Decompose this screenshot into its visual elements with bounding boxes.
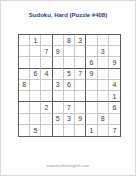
cell-r8c7[interactable]: [86, 114, 97, 125]
cell-r7c3[interactable]: 2: [41, 102, 52, 113]
cell-r2c6[interactable]: [75, 46, 86, 57]
cell-r8c4[interactable]: 5: [53, 114, 64, 125]
cell-r2c7[interactable]: [86, 46, 97, 57]
cell-r5c1[interactable]: 8: [19, 80, 30, 91]
cell-r9c3[interactable]: [41, 125, 52, 136]
cell-r3c7[interactable]: 6: [86, 57, 97, 68]
cell-r1c2[interactable]: 1: [30, 35, 41, 46]
cell-r7c5[interactable]: 7: [64, 102, 75, 113]
cell-r3c1[interactable]: [19, 57, 30, 68]
cell-r2c4[interactable]: 9: [53, 46, 64, 57]
cell-r8c3[interactable]: [41, 114, 52, 125]
footer-url: www.mathinenglish.com: [1, 163, 135, 168]
cell-r6c3[interactable]: [41, 91, 52, 102]
cell-r9c4[interactable]: [53, 125, 64, 136]
cell-r8c6[interactable]: 9: [75, 114, 86, 125]
cell-r6c4[interactable]: [53, 91, 64, 102]
cell-r1c3[interactable]: [41, 35, 52, 46]
cell-r4c9[interactable]: [109, 69, 120, 80]
cell-r9c8[interactable]: [98, 125, 109, 136]
cell-r9c7[interactable]: 1: [86, 125, 97, 136]
cell-r6c7[interactable]: [86, 91, 97, 102]
cell-r5c4[interactable]: 3: [53, 80, 64, 91]
cell-r5c9[interactable]: 4: [109, 80, 120, 91]
cell-r5c7[interactable]: [86, 80, 97, 91]
cell-r4c6[interactable]: 7: [75, 69, 86, 80]
cell-r1c8[interactable]: [98, 35, 109, 46]
cell-r4c3[interactable]: 4: [41, 69, 52, 80]
cell-r1c5[interactable]: 8: [64, 35, 75, 46]
cell-r1c9[interactable]: [109, 35, 120, 46]
cell-r7c1[interactable]: [19, 102, 30, 113]
cell-r1c4[interactable]: [53, 35, 64, 46]
sudoku-page: Sudoku, Hard (Puzzle #408) 1837936964579…: [0, 0, 136, 176]
cell-r5c3[interactable]: [41, 80, 52, 91]
cell-r5c5[interactable]: 6: [64, 80, 75, 91]
cell-r6c8[interactable]: [98, 91, 109, 102]
cell-r5c8[interactable]: [98, 80, 109, 91]
cell-r3c8[interactable]: [98, 57, 109, 68]
cell-r4c8[interactable]: [98, 69, 109, 80]
cell-r6c6[interactable]: [75, 91, 86, 102]
cell-r2c3[interactable]: 7: [41, 46, 52, 57]
cell-r8c2[interactable]: [30, 114, 41, 125]
cell-r8c1[interactable]: [19, 114, 30, 125]
cell-r8c9[interactable]: [109, 114, 120, 125]
cell-r4c1[interactable]: [19, 69, 30, 80]
cell-r2c9[interactable]: [109, 46, 120, 57]
cell-r4c5[interactable]: 5: [64, 69, 75, 80]
cell-r5c6[interactable]: [75, 80, 86, 91]
cell-r3c2[interactable]: [30, 57, 41, 68]
cell-r3c9[interactable]: 9: [109, 57, 120, 68]
cell-r7c7[interactable]: [86, 102, 97, 113]
cell-r8c5[interactable]: 3: [64, 114, 75, 125]
cell-r7c9[interactable]: 6: [109, 102, 120, 113]
cell-r4c4[interactable]: [53, 69, 64, 80]
cell-r2c5[interactable]: [64, 46, 75, 57]
cell-r9c1[interactable]: [19, 125, 30, 136]
cell-r3c5[interactable]: [64, 57, 75, 68]
cell-r5c2[interactable]: [30, 80, 41, 91]
cell-r6c2[interactable]: [30, 91, 41, 102]
cell-r7c4[interactable]: [53, 102, 64, 113]
cell-r7c2[interactable]: [30, 102, 41, 113]
cell-r9c5[interactable]: [64, 125, 75, 136]
cell-r9c6[interactable]: [75, 125, 86, 136]
cell-r4c2[interactable]: 6: [30, 69, 41, 80]
cell-r2c2[interactable]: [30, 46, 41, 57]
cell-r1c6[interactable]: 3: [75, 35, 86, 46]
cell-r7c8[interactable]: [98, 102, 109, 113]
sudoku-board: 1837936964579836412765398517: [18, 34, 121, 137]
cell-r6c1[interactable]: [19, 91, 30, 102]
cell-r9c2[interactable]: 5: [30, 125, 41, 136]
cell-r9c9[interactable]: 7: [109, 125, 120, 136]
cell-r8c8[interactable]: 8: [98, 114, 109, 125]
cell-r3c6[interactable]: [75, 57, 86, 68]
cell-r4c7[interactable]: 9: [86, 69, 97, 80]
cell-r1c1[interactable]: [19, 35, 30, 46]
cell-r3c4[interactable]: [53, 57, 64, 68]
cell-r2c8[interactable]: 3: [98, 46, 109, 57]
cell-r2c1[interactable]: [19, 46, 30, 57]
cell-r6c5[interactable]: [64, 91, 75, 102]
page-title: Sudoku, Hard (Puzzle #408): [1, 12, 135, 18]
cell-r3c3[interactable]: [41, 57, 52, 68]
cell-r7c6[interactable]: [75, 102, 86, 113]
cell-r6c9[interactable]: 1: [109, 91, 120, 102]
cell-r1c7[interactable]: [86, 35, 97, 46]
